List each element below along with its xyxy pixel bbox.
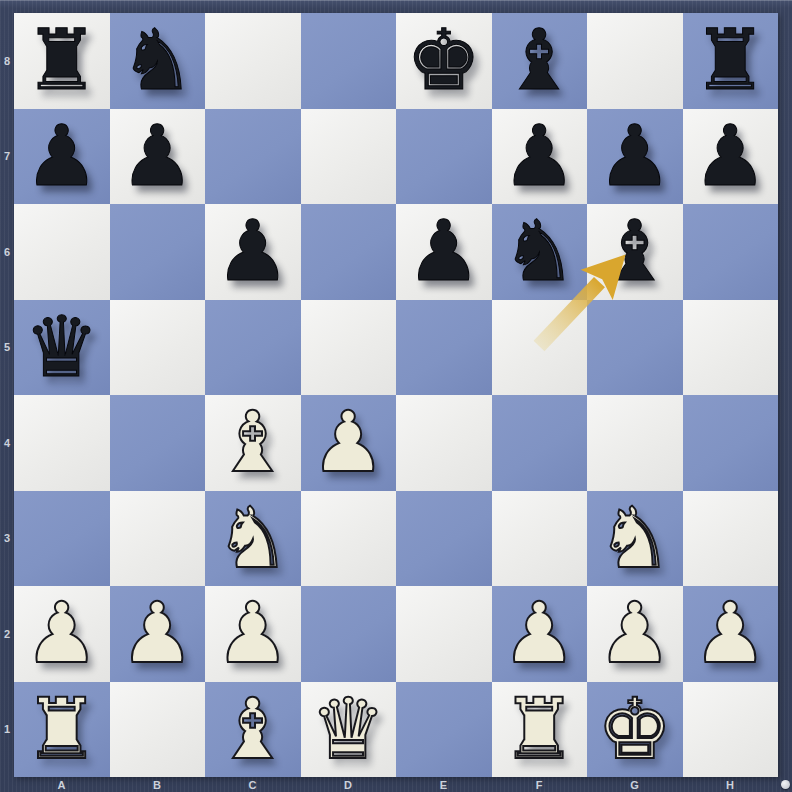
square-e7[interactable] [396,109,492,205]
square-f2[interactable]: ♟ [492,586,588,682]
square-h4[interactable] [683,395,779,491]
square-c2[interactable]: ♟ [205,586,301,682]
square-f7[interactable]: ♟ [492,109,588,205]
black-knight-piece[interactable]: ♞ [502,204,577,299]
square-d5[interactable] [301,300,397,396]
square-g1[interactable]: ♚ [587,682,683,778]
file-label-g: G [587,777,683,792]
square-b6[interactable] [110,204,206,300]
square-d7[interactable] [301,109,397,205]
square-g8[interactable] [587,13,683,109]
square-e6[interactable]: ♟ [396,204,492,300]
rank-label-2: 2 [0,586,14,682]
square-e5[interactable] [396,300,492,396]
square-f1[interactable]: ♜ [492,682,588,778]
black-pawn-piece[interactable]: ♟ [24,109,99,204]
file-label-b: B [110,777,206,792]
white-king-piece[interactable]: ♚ [597,682,672,777]
black-king-piece[interactable]: ♚ [406,13,481,108]
square-f4[interactable] [492,395,588,491]
rank-label-8: 8 [0,13,14,109]
white-pawn-piece[interactable]: ♟ [693,586,768,681]
square-c3[interactable]: ♞ [205,491,301,587]
square-a1[interactable]: ♜ [14,682,110,778]
square-b3[interactable] [110,491,206,587]
white-knight-piece[interactable]: ♞ [597,491,672,586]
square-g5[interactable] [587,300,683,396]
white-bishop-piece[interactable]: ♝ [215,682,290,777]
rank-label-6: 6 [0,204,14,300]
square-g6[interactable]: ♝ [587,204,683,300]
chess-board: ♜♞♚♝♜♟♟♟♟♟♟♟♞♝♛♝♟♞♞♟♟♟♟♟♟♜♝♛♜♚ [14,13,778,777]
square-b2[interactable]: ♟ [110,586,206,682]
square-f5[interactable] [492,300,588,396]
rank-label-5: 5 [0,300,14,396]
square-b1[interactable] [110,682,206,778]
file-label-a: A [14,777,110,792]
black-rook-piece[interactable]: ♜ [24,13,99,108]
square-c7[interactable] [205,109,301,205]
square-a2[interactable]: ♟ [14,586,110,682]
rank-labels: 87654321 [0,13,14,777]
square-c8[interactable] [205,13,301,109]
board-frame: 87654321 ♜♞♚♝♜♟♟♟♟♟♟♟♞♝♛♝♟♞♞♟♟♟♟♟♟♜♝♛♜♚ … [0,0,792,792]
square-c1[interactable]: ♝ [205,682,301,778]
white-pawn-piece[interactable]: ♟ [311,395,386,490]
black-pawn-piece[interactable]: ♟ [502,109,577,204]
square-c5[interactable] [205,300,301,396]
square-b8[interactable]: ♞ [110,13,206,109]
square-f6[interactable]: ♞ [492,204,588,300]
white-bishop-piece[interactable]: ♝ [215,395,290,490]
square-e3[interactable] [396,491,492,587]
file-label-d: D [301,777,397,792]
square-b4[interactable] [110,395,206,491]
square-h6[interactable] [683,204,779,300]
rank-label-7: 7 [0,109,14,205]
black-queen-piece[interactable]: ♛ [24,300,99,395]
white-queen-piece[interactable]: ♛ [311,682,386,777]
square-f3[interactable] [492,491,588,587]
square-a7[interactable]: ♟ [14,109,110,205]
square-a3[interactable] [14,491,110,587]
square-g7[interactable]: ♟ [587,109,683,205]
square-d2[interactable] [301,586,397,682]
square-h5[interactable] [683,300,779,396]
black-rook-piece[interactable]: ♜ [693,13,768,108]
square-g3[interactable]: ♞ [587,491,683,587]
square-b7[interactable]: ♟ [110,109,206,205]
square-e1[interactable] [396,682,492,778]
black-bishop-piece[interactable]: ♝ [597,204,672,299]
square-b5[interactable] [110,300,206,396]
square-h7[interactable]: ♟ [683,109,779,205]
square-h1[interactable] [683,682,779,778]
square-a5[interactable]: ♛ [14,300,110,396]
square-a8[interactable]: ♜ [14,13,110,109]
black-pawn-piece[interactable]: ♟ [406,204,481,299]
black-pawn-piece[interactable]: ♟ [120,109,195,204]
rank-label-1: 1 [0,682,14,778]
file-label-c: C [205,777,301,792]
black-pawn-piece[interactable]: ♟ [693,109,768,204]
square-a6[interactable] [14,204,110,300]
rank-label-3: 3 [0,491,14,587]
file-labels: ABCDEFGH [14,777,778,792]
file-label-f: F [492,777,588,792]
square-f8[interactable]: ♝ [492,13,588,109]
white-pawn-piece[interactable]: ♟ [502,586,577,681]
square-c6[interactable]: ♟ [205,204,301,300]
file-label-h: H [683,777,779,792]
black-pawn-piece[interactable]: ♟ [597,109,672,204]
square-e8[interactable]: ♚ [396,13,492,109]
square-h2[interactable]: ♟ [683,586,779,682]
square-h3[interactable] [683,491,779,587]
white-pawn-piece[interactable]: ♟ [24,586,99,681]
square-g4[interactable] [587,395,683,491]
rank-label-4: 4 [0,395,14,491]
square-h8[interactable]: ♜ [683,13,779,109]
square-e2[interactable] [396,586,492,682]
white-pawn-piece[interactable]: ♟ [215,586,290,681]
square-e4[interactable] [396,395,492,491]
square-d6[interactable] [301,204,397,300]
white-rook-piece[interactable]: ♜ [24,682,99,777]
square-c4[interactable]: ♝ [205,395,301,491]
square-d1[interactable]: ♛ [301,682,397,778]
white-knight-piece[interactable]: ♞ [215,491,290,586]
white-pawn-piece[interactable]: ♟ [120,586,195,681]
black-pawn-piece[interactable]: ♟ [215,204,290,299]
square-g2[interactable]: ♟ [587,586,683,682]
square-d8[interactable] [301,13,397,109]
square-d4[interactable]: ♟ [301,395,397,491]
white-rook-piece[interactable]: ♜ [502,682,577,777]
white-pawn-piece[interactable]: ♟ [597,586,672,681]
square-d3[interactable] [301,491,397,587]
black-knight-piece[interactable]: ♞ [120,13,195,108]
black-bishop-piece[interactable]: ♝ [502,13,577,108]
resize-handle-dot[interactable] [781,780,790,789]
file-label-e: E [396,777,492,792]
square-a4[interactable] [14,395,110,491]
